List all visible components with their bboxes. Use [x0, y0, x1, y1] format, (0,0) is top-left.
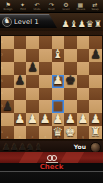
board-frame: 87♝♟6♟5♟♟♚4♟32♟♟♟♟♟♟♟1abcd♛e♚fg♜h: [0, 31, 103, 141]
square-b8[interactable]: [14, 36, 27, 49]
square-e3[interactable]: [52, 100, 65, 113]
square-f7[interactable]: [64, 49, 77, 62]
square-c1[interactable]: c: [26, 126, 39, 139]
square-b3[interactable]: [14, 100, 27, 113]
square-e7[interactable]: ♝: [52, 49, 65, 62]
hint-button[interactable]: ✦Hint: [15, 0, 29, 12]
square-a4[interactable]: 4: [1, 88, 14, 101]
rank-label-4: 4: [1, 92, 3, 95]
white-pawn-e2: ♟: [52, 112, 63, 124]
square-h3[interactable]: [89, 100, 102, 113]
next-label: Next: [48, 8, 54, 11]
resign-label: Resign: [4, 8, 13, 11]
square-g5[interactable]: [77, 75, 90, 88]
square-a5[interactable]: 5: [1, 75, 14, 88]
file-label-c: c: [32, 136, 34, 139]
white-pawn-e5: ♟: [52, 74, 63, 86]
black-king-f5: ♚: [65, 74, 76, 86]
square-f4[interactable]: [64, 88, 77, 101]
black-pawn-c6: ♟: [27, 61, 38, 73]
undo-label: Undo: [34, 8, 41, 11]
rank-label-2: 2: [1, 118, 3, 121]
captured-white-pawn: ♟: [78, 20, 86, 29]
captured-black-pawn: ♟: [10, 143, 18, 152]
chess-board[interactable]: 87♝♟6♟5♟♟♚4♟32♟♟♟♟♟♟♟1abcd♛e♚fg♜h: [1, 36, 102, 139]
file-label-g: g: [82, 136, 84, 139]
captured-black-pawn: ♟: [2, 143, 10, 152]
file-label-h: h: [95, 136, 97, 139]
white-pawn-c2: ♟: [27, 112, 38, 124]
black-pawn-h7: ♟: [90, 48, 101, 60]
swap-label: Swap: [91, 8, 98, 11]
file-label-d: d: [44, 136, 46, 139]
captured-white-bishop: ♝: [70, 20, 78, 29]
rank-label-5: 5: [1, 80, 3, 83]
square-h6[interactable]: [89, 62, 102, 75]
square-e4[interactable]: [52, 88, 65, 101]
square-d4[interactable]: [39, 88, 52, 101]
captured-white-queen: ♛: [86, 20, 94, 29]
square-c4[interactable]: [26, 88, 39, 101]
captured-white-rook: ♜: [94, 20, 102, 29]
square-g8[interactable]: [77, 36, 90, 49]
white-pawn-b2: ♟: [15, 112, 26, 124]
hint-label: Hint: [20, 8, 26, 11]
square-h1[interactable]: ♜h: [89, 126, 102, 139]
resign-button[interactable]: ⚑Resign: [1, 0, 15, 12]
white-pawn-d2: ♟: [40, 112, 51, 124]
ad-logo-subtext: [46, 162, 58, 163]
square-d8[interactable]: [39, 36, 52, 49]
knight-icon: ♞: [4, 18, 10, 25]
level-label: Level 1: [14, 18, 39, 26]
square-e5[interactable]: ♟: [52, 75, 65, 88]
square-e8[interactable]: [52, 36, 65, 49]
square-h8[interactable]: [89, 36, 102, 49]
square-g4[interactable]: [77, 88, 90, 101]
captured-black-pieces-tray: ♟♟♟♞♝: [0, 142, 42, 152]
undo-button[interactable]: ↶Undo: [30, 0, 44, 12]
level-label: Level: [62, 8, 69, 11]
square-b2[interactable]: ♟: [14, 113, 27, 126]
square-a7[interactable]: 7: [1, 49, 14, 62]
square-g1[interactable]: g: [77, 126, 90, 139]
file-label-e: e: [57, 136, 59, 139]
rank-label-3: 3: [1, 105, 3, 108]
rank-label-1: 1: [1, 131, 3, 134]
square-f8[interactable]: [64, 36, 77, 49]
square-b5[interactable]: ♟: [14, 75, 27, 88]
square-f1[interactable]: ♚f: [64, 126, 77, 139]
square-b6[interactable]: [14, 62, 27, 75]
check-status-text: Check: [40, 164, 64, 171]
level-strip: ♞ Level 1 ♟♝♟♛♜: [0, 13, 103, 31]
square-h4[interactable]: [89, 88, 102, 101]
next-button[interactable]: ↷Next: [44, 0, 58, 12]
square-g3[interactable]: [77, 100, 90, 113]
square-c6[interactable]: ♟: [26, 62, 39, 75]
captured-white-pawn: ♟: [62, 20, 70, 29]
square-f2[interactable]: ♟: [64, 113, 77, 126]
status-strip: Check: [0, 163, 103, 171]
square-g2[interactable]: ♟: [77, 113, 90, 126]
rank-label-7: 7: [1, 54, 3, 57]
square-e1[interactable]: ♛e: [52, 126, 65, 139]
square-h7[interactable]: ♟: [89, 49, 102, 62]
square-a3[interactable]: ♟3: [1, 100, 14, 113]
moves-button[interactable]: ▦Moves: [73, 0, 87, 12]
rank-label-6: 6: [1, 67, 3, 70]
black-pawn-b5: ♟: [15, 74, 26, 86]
square-b7[interactable]: [14, 49, 27, 62]
file-label-a: a: [6, 136, 8, 139]
square-d1[interactable]: d: [39, 126, 52, 139]
top-toolbar: ⚑Resign✦Hint↶Undo↷Next⚙Level▦Moves⇄Swap: [0, 0, 103, 13]
square-d3[interactable]: [39, 100, 52, 113]
square-a1[interactable]: 1a: [1, 126, 14, 139]
square-c7[interactable]: [26, 49, 39, 62]
swap-button[interactable]: ⇄Swap: [88, 0, 102, 12]
square-a2[interactable]: 2: [1, 113, 14, 126]
level-button[interactable]: ⚙Level: [59, 0, 73, 12]
square-f3[interactable]: [64, 100, 77, 113]
white-bishop-e7: ♝: [52, 48, 63, 60]
square-e2[interactable]: ♟: [52, 113, 65, 126]
square-g7[interactable]: [77, 49, 90, 62]
rank-label-8: 8: [1, 41, 3, 44]
square-d5[interactable]: [39, 75, 52, 88]
square-c5[interactable]: [26, 75, 39, 88]
file-label-f: f: [70, 136, 71, 139]
square-h5[interactable]: [89, 75, 102, 88]
square-c3[interactable]: [26, 100, 39, 113]
square-h2[interactable]: ♟: [89, 113, 102, 126]
moves-label: Moves: [76, 8, 85, 11]
square-b1[interactable]: b: [14, 126, 27, 139]
ad-logo-rings-icon: [47, 155, 57, 161]
square-d2[interactable]: ♟: [39, 113, 52, 126]
white-pawn-h2: ♟: [90, 112, 101, 124]
black-pawn-a3: ♟: [2, 99, 13, 111]
captured-white-pieces-tray: ♟♝♟♛♜: [62, 15, 102, 29]
square-f5[interactable]: ♚: [64, 75, 77, 88]
captured-black-bishop: ♝: [34, 143, 42, 152]
square-c8[interactable]: [26, 36, 39, 49]
square-d7[interactable]: [39, 49, 52, 62]
square-b4[interactable]: [14, 88, 27, 101]
square-c2[interactable]: ♟: [26, 113, 39, 126]
cpu-level-plaque: ♞ Level 1: [0, 14, 57, 28]
cpu-avatar-icon: ♞: [2, 17, 12, 27]
chess-app-screen: { "game": "chess", "app": { "level_label…: [0, 0, 103, 183]
square-d6[interactable]: [39, 62, 52, 75]
square-f6[interactable]: [64, 62, 77, 75]
square-a8[interactable]: 8: [1, 36, 14, 49]
player-label: You: [74, 143, 86, 150]
bottom-bezel: [0, 171, 103, 183]
ad-banner[interactable]: [0, 152, 103, 163]
player-strip: ♟♟♟♞♝ You: [0, 141, 103, 152]
square-g6[interactable]: [77, 62, 90, 75]
white-pawn-g2: ♟: [78, 112, 89, 124]
white-pawn-f2: ♟: [65, 112, 76, 124]
file-label-b: b: [19, 136, 21, 139]
square-a6[interactable]: 6: [1, 62, 14, 75]
square-e6[interactable]: [52, 62, 65, 75]
